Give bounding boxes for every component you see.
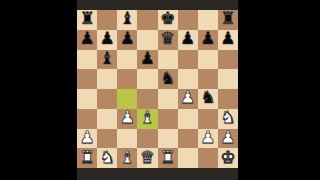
- square-b7[interactable]: ♟: [97, 30, 117, 50]
- square-g5[interactable]: [198, 69, 218, 89]
- square-c3[interactable]: ♟: [117, 109, 137, 129]
- piece-white-rook[interactable]: ♜: [79, 149, 94, 166]
- square-g2[interactable]: ♟: [198, 129, 218, 149]
- square-f4[interactable]: ♟: [178, 89, 198, 109]
- square-a4[interactable]: [77, 89, 97, 109]
- square-f3[interactable]: [178, 109, 198, 129]
- piece-white-pawn[interactable]: ♟: [120, 109, 135, 126]
- piece-white-knight[interactable]: ♞: [220, 109, 235, 126]
- piece-white-knight[interactable]: ♞: [100, 149, 115, 166]
- piece-black-rook[interactable]: ♜: [79, 10, 94, 27]
- piece-black-queen[interactable]: ♛: [160, 30, 175, 47]
- square-h5[interactable]: [218, 69, 238, 89]
- square-b6[interactable]: ♝: [97, 50, 117, 70]
- square-b2[interactable]: [97, 129, 117, 149]
- square-d4[interactable]: [137, 89, 157, 109]
- square-g1[interactable]: [198, 148, 218, 168]
- square-b8[interactable]: [97, 10, 117, 30]
- square-f5[interactable]: [178, 69, 198, 89]
- square-c1[interactable]: ♝: [117, 148, 137, 168]
- square-g8[interactable]: [198, 10, 218, 30]
- square-c8[interactable]: ♝: [117, 10, 137, 30]
- piece-white-rook[interactable]: ♜: [160, 149, 175, 166]
- square-e7[interactable]: ♛: [158, 30, 178, 50]
- piece-white-pawn[interactable]: ♟: [220, 129, 235, 146]
- chess-board[interactable]: ♜♝♚♜♟♟♟♛♟♟♟♝♟♞♟♞♟♝♞♟♟♟♜♞♝♛♜♚: [77, 10, 238, 168]
- square-h2[interactable]: ♟: [218, 129, 238, 149]
- square-h7[interactable]: ♟: [218, 30, 238, 50]
- square-b3[interactable]: [97, 109, 117, 129]
- square-e8[interactable]: ♚: [158, 10, 178, 30]
- piece-black-pawn[interactable]: ♟: [79, 30, 94, 47]
- square-b5[interactable]: [97, 69, 117, 89]
- piece-black-pawn[interactable]: ♟: [140, 50, 155, 67]
- square-b4[interactable]: [97, 89, 117, 109]
- piece-black-knight[interactable]: ♞: [200, 89, 215, 106]
- piece-black-pawn[interactable]: ♟: [220, 30, 235, 47]
- square-a2[interactable]: ♟: [77, 129, 97, 149]
- square-g4[interactable]: ♞: [198, 89, 218, 109]
- piece-white-bishop[interactable]: ♝: [140, 109, 155, 126]
- square-g6[interactable]: [198, 50, 218, 70]
- square-d7[interactable]: [137, 30, 157, 50]
- screenshot-stage: ♜♝♚♜♟♟♟♛♟♟♟♝♟♞♟♞♟♝♞♟♟♟♜♞♝♛♜♚: [0, 0, 320, 180]
- board-frame: ♜♝♚♜♟♟♟♛♟♟♟♝♟♞♟♞♟♝♞♟♟♟♜♞♝♛♜♚: [77, 0, 238, 180]
- square-g3[interactable]: [198, 109, 218, 129]
- square-d3[interactable]: ♝: [137, 109, 157, 129]
- square-a6[interactable]: [77, 50, 97, 70]
- piece-black-rook[interactable]: ♜: [220, 10, 235, 27]
- square-c6[interactable]: [117, 50, 137, 70]
- piece-black-king[interactable]: ♚: [160, 10, 175, 27]
- square-d1[interactable]: ♛: [137, 148, 157, 168]
- square-c2[interactable]: [117, 129, 137, 149]
- square-f6[interactable]: [178, 50, 198, 70]
- piece-white-queen[interactable]: ♛: [140, 149, 155, 166]
- square-g7[interactable]: ♟: [198, 30, 218, 50]
- piece-black-bishop[interactable]: ♝: [120, 10, 135, 27]
- square-c7[interactable]: ♟: [117, 30, 137, 50]
- square-h4[interactable]: [218, 89, 238, 109]
- square-a3[interactable]: [77, 109, 97, 129]
- piece-white-king[interactable]: ♚: [220, 149, 235, 166]
- piece-black-pawn[interactable]: ♟: [200, 30, 215, 47]
- square-d6[interactable]: ♟: [137, 50, 157, 70]
- square-f2[interactable]: [178, 129, 198, 149]
- square-f7[interactable]: ♟: [178, 30, 198, 50]
- square-d8[interactable]: [137, 10, 157, 30]
- square-e2[interactable]: [158, 129, 178, 149]
- square-c4[interactable]: [117, 89, 137, 109]
- square-e3[interactable]: [158, 109, 178, 129]
- square-a5[interactable]: [77, 69, 97, 89]
- square-e5[interactable]: ♞: [158, 69, 178, 89]
- piece-white-pawn[interactable]: ♟: [180, 89, 195, 106]
- square-a7[interactable]: ♟: [77, 30, 97, 50]
- square-h1[interactable]: ♚: [218, 148, 238, 168]
- square-e6[interactable]: [158, 50, 178, 70]
- piece-black-pawn[interactable]: ♟: [120, 30, 135, 47]
- piece-black-pawn[interactable]: ♟: [100, 30, 115, 47]
- square-a1[interactable]: ♜: [77, 148, 97, 168]
- square-e1[interactable]: ♜: [158, 148, 178, 168]
- square-e4[interactable]: [158, 89, 178, 109]
- square-h6[interactable]: [218, 50, 238, 70]
- square-d2[interactable]: [137, 129, 157, 149]
- piece-white-pawn[interactable]: ♟: [79, 129, 94, 146]
- square-d5[interactable]: [137, 69, 157, 89]
- square-b1[interactable]: ♞: [97, 148, 117, 168]
- square-f8[interactable]: [178, 10, 198, 30]
- piece-black-pawn[interactable]: ♟: [180, 30, 195, 47]
- piece-black-bishop[interactable]: ♝: [100, 50, 115, 67]
- piece-white-bishop[interactable]: ♝: [120, 149, 135, 166]
- piece-white-pawn[interactable]: ♟: [200, 129, 215, 146]
- square-f1[interactable]: [178, 148, 198, 168]
- piece-black-knight[interactable]: ♞: [160, 70, 175, 87]
- square-a8[interactable]: ♜: [77, 10, 97, 30]
- square-h8[interactable]: ♜: [218, 10, 238, 30]
- square-c5[interactable]: [117, 69, 137, 89]
- square-h3[interactable]: ♞: [218, 109, 238, 129]
